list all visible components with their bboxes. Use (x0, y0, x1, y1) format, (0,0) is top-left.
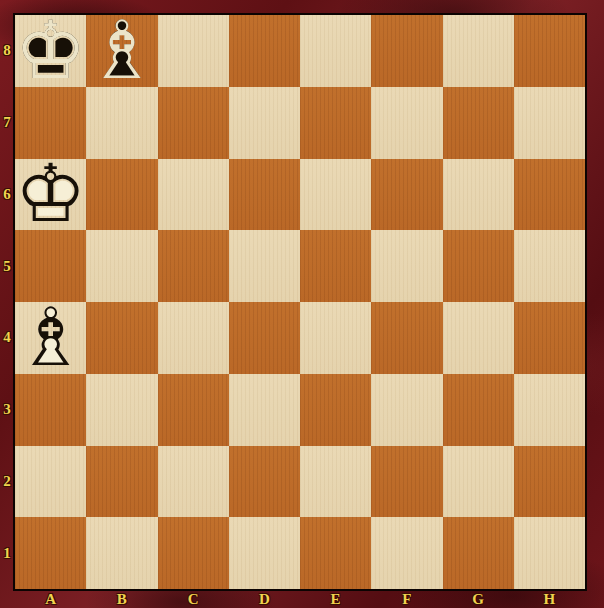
rank-labels: 87654321 (0, 15, 14, 589)
square-d6[interactable] (229, 159, 300, 231)
square-e8[interactable] (300, 15, 371, 87)
square-a3[interactable] (15, 374, 86, 446)
square-a5[interactable] (15, 230, 86, 302)
square-h8[interactable] (514, 15, 585, 87)
chess-board: ♚♔♝♗♚♔♝♗ (13, 13, 587, 591)
white-king-piece[interactable]: ♚♔ (15, 159, 86, 231)
rank-label-4: 4 (0, 302, 14, 374)
square-b5[interactable] (86, 230, 157, 302)
file-label-d: D (229, 590, 300, 608)
square-c6[interactable] (158, 159, 229, 231)
square-f1[interactable] (371, 517, 442, 589)
rank-label-3: 3 (0, 374, 14, 446)
square-f6[interactable] (371, 159, 442, 231)
square-b1[interactable] (86, 517, 157, 589)
square-c2[interactable] (158, 446, 229, 518)
square-c1[interactable] (158, 517, 229, 589)
square-c5[interactable] (158, 230, 229, 302)
square-g2[interactable] (443, 446, 514, 518)
file-label-f: F (371, 590, 442, 608)
square-c4[interactable] (158, 302, 229, 374)
square-g4[interactable] (443, 302, 514, 374)
file-label-a: A (15, 590, 86, 608)
square-h7[interactable] (514, 87, 585, 159)
file-label-e: E (300, 590, 371, 608)
file-labels: ABCDEFGH (15, 590, 585, 608)
square-c7[interactable] (158, 87, 229, 159)
file-label-c: C (158, 590, 229, 608)
black-king-glyph-outline: ♔ (15, 15, 86, 87)
square-e4[interactable] (300, 302, 371, 374)
square-a2[interactable] (15, 446, 86, 518)
black-king-glyph-fill: ♚ (15, 15, 86, 87)
square-f2[interactable] (371, 446, 442, 518)
square-e1[interactable] (300, 517, 371, 589)
square-d8[interactable] (229, 15, 300, 87)
file-label-h: H (514, 590, 585, 608)
white-bishop-glyph-outline: ♗ (15, 302, 86, 374)
square-d2[interactable] (229, 446, 300, 518)
square-d3[interactable] (229, 374, 300, 446)
square-a4[interactable]: ♝♗ (15, 302, 86, 374)
square-d1[interactable] (229, 517, 300, 589)
square-d5[interactable] (229, 230, 300, 302)
square-a1[interactable] (15, 517, 86, 589)
square-f5[interactable] (371, 230, 442, 302)
rank-label-6: 6 (0, 159, 14, 231)
square-e2[interactable] (300, 446, 371, 518)
black-bishop-glyph-fill: ♝ (86, 15, 157, 87)
square-g7[interactable] (443, 87, 514, 159)
square-b8[interactable]: ♝♗ (86, 15, 157, 87)
square-g5[interactable] (443, 230, 514, 302)
file-label-g: G (443, 590, 514, 608)
square-e7[interactable] (300, 87, 371, 159)
square-c3[interactable] (158, 374, 229, 446)
square-a6[interactable]: ♚♔ (15, 159, 86, 231)
square-h2[interactable] (514, 446, 585, 518)
rank-label-1: 1 (0, 517, 14, 589)
square-a7[interactable] (15, 87, 86, 159)
square-e6[interactable] (300, 159, 371, 231)
square-f3[interactable] (371, 374, 442, 446)
white-king-glyph-outline: ♔ (15, 159, 86, 231)
square-b6[interactable] (86, 159, 157, 231)
square-h4[interactable] (514, 302, 585, 374)
square-a8[interactable]: ♚♔ (15, 15, 86, 87)
rank-label-7: 7 (0, 87, 14, 159)
square-c8[interactable] (158, 15, 229, 87)
square-f8[interactable] (371, 15, 442, 87)
square-f7[interactable] (371, 87, 442, 159)
black-bishop-piece[interactable]: ♝♗ (86, 15, 157, 87)
square-e3[interactable] (300, 374, 371, 446)
square-h3[interactable] (514, 374, 585, 446)
square-g1[interactable] (443, 517, 514, 589)
square-g6[interactable] (443, 159, 514, 231)
square-d7[interactable] (229, 87, 300, 159)
square-h5[interactable] (514, 230, 585, 302)
square-b4[interactable] (86, 302, 157, 374)
square-b2[interactable] (86, 446, 157, 518)
square-g3[interactable] (443, 374, 514, 446)
rank-label-5: 5 (0, 230, 14, 302)
square-h6[interactable] (514, 159, 585, 231)
square-d4[interactable] (229, 302, 300, 374)
square-h1[interactable] (514, 517, 585, 589)
white-king-glyph-fill: ♚ (15, 159, 86, 231)
white-bishop-piece[interactable]: ♝♗ (15, 302, 86, 374)
black-bishop-glyph-outline: ♗ (86, 15, 157, 87)
file-label-b: B (86, 590, 157, 608)
square-f4[interactable] (371, 302, 442, 374)
square-b3[interactable] (86, 374, 157, 446)
white-bishop-glyph-fill: ♝ (15, 302, 86, 374)
square-b7[interactable] (86, 87, 157, 159)
square-g8[interactable] (443, 15, 514, 87)
square-e5[interactable] (300, 230, 371, 302)
black-king-piece[interactable]: ♚♔ (15, 15, 86, 87)
rank-label-8: 8 (0, 15, 14, 87)
rank-label-2: 2 (0, 446, 14, 518)
